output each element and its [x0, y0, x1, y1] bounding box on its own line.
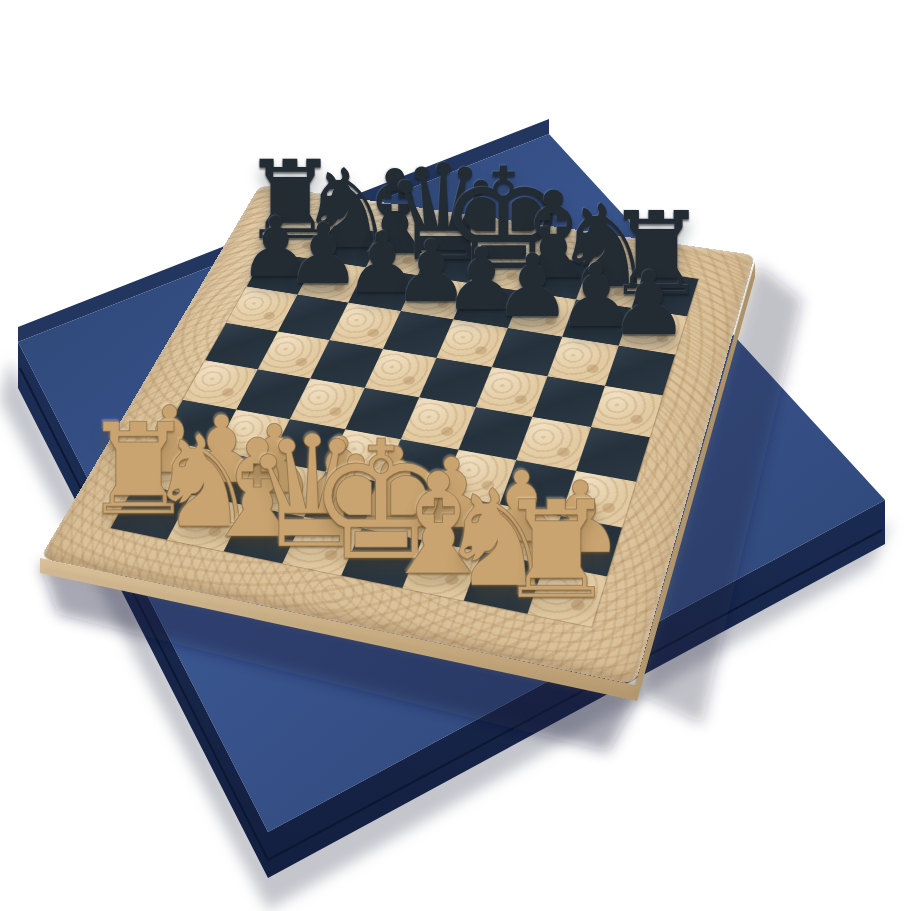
piece-tan-rook[interactable]: ♜ [496, 483, 617, 618]
piece-black-pawn[interactable]: ♟ [609, 260, 688, 348]
product-photo-scene: ♜♞♝♛♚♝♞♜♟♟♟♟♟♟♟♟♟♟♟♟♟♟♟♟♜♞♝♛♚♝♞♜ [0, 0, 911, 911]
